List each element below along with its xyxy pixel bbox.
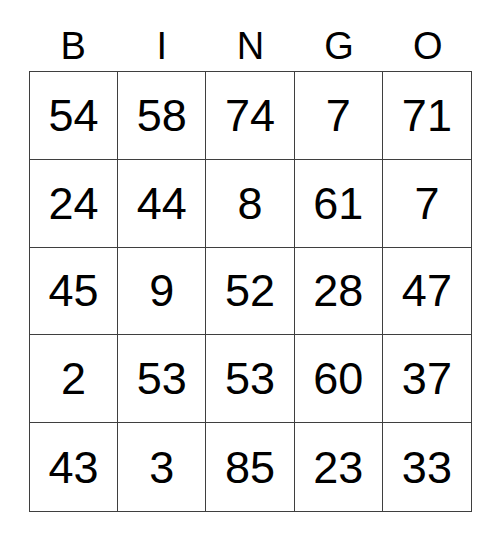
bingo-cell-r4c5[interactable]: 37 [383,335,471,423]
bingo-cell-r2c5[interactable]: 7 [383,160,471,248]
bingo-cell-r3c1[interactable]: 45 [30,248,118,336]
bingo-cell-r5c3[interactable]: 85 [206,423,294,511]
bingo-cell-r1c5[interactable]: 71 [383,72,471,160]
column-letter-i: I [118,0,207,71]
column-letter-g: G [295,0,384,71]
bingo-header: B I N G O [29,0,472,71]
bingo-cell-r3c3[interactable]: 52 [206,248,294,336]
bingo-cell-r3c4[interactable]: 28 [295,248,383,336]
bingo-cell-r4c4[interactable]: 60 [295,335,383,423]
bingo-cell-r4c3[interactable]: 53 [206,335,294,423]
bingo-grid: 54 58 74 7 71 24 44 8 61 7 45 9 52 28 47… [29,71,472,512]
bingo-cell-r1c3[interactable]: 74 [206,72,294,160]
bingo-cell-r4c1[interactable]: 2 [30,335,118,423]
bingo-cell-r1c1[interactable]: 54 [30,72,118,160]
bingo-cell-r5c1[interactable]: 43 [30,423,118,511]
column-letter-n: N [206,0,295,71]
bingo-cell-r2c3[interactable]: 8 [206,160,294,248]
bingo-cell-r4c2[interactable]: 53 [118,335,206,423]
bingo-cell-r2c2[interactable]: 44 [118,160,206,248]
bingo-cell-r2c1[interactable]: 24 [30,160,118,248]
column-letter-b: B [29,0,118,71]
bingo-card: B I N G O 54 58 74 7 71 24 44 8 61 7 45 … [0,0,500,544]
bingo-cell-r5c5[interactable]: 33 [383,423,471,511]
column-letter-o: O [383,0,472,71]
bingo-cell-r3c2[interactable]: 9 [118,248,206,336]
bingo-cell-r1c4[interactable]: 7 [295,72,383,160]
bingo-cell-r1c2[interactable]: 58 [118,72,206,160]
bingo-cell-r2c4[interactable]: 61 [295,160,383,248]
bingo-cell-r5c2[interactable]: 3 [118,423,206,511]
bingo-cell-r5c4[interactable]: 23 [295,423,383,511]
bingo-cell-r3c5[interactable]: 47 [383,248,471,336]
